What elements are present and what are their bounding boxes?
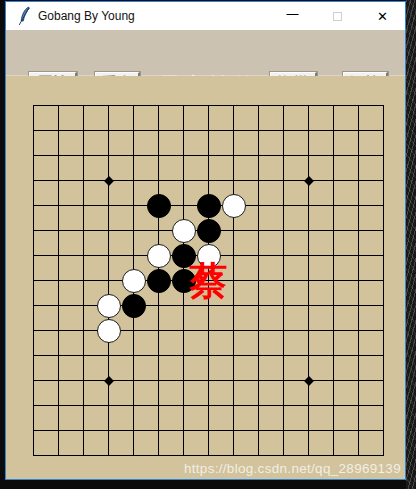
- board-intersection[interactable]: [96, 318, 121, 343]
- board-intersection[interactable]: [71, 168, 96, 193]
- board-intersection[interactable]: [146, 168, 171, 193]
- board-intersection[interactable]: [21, 218, 46, 243]
- board-intersection[interactable]: [371, 318, 396, 343]
- board-intersection[interactable]: [271, 218, 296, 243]
- board-intersection[interactable]: [71, 218, 96, 243]
- board-intersection[interactable]: [96, 268, 121, 293]
- maximize-button-disabled: [315, 2, 360, 30]
- board-intersection[interactable]: [171, 168, 196, 193]
- board-intersection[interactable]: [146, 368, 171, 393]
- board-intersection[interactable]: [346, 143, 371, 168]
- board-intersection[interactable]: [21, 93, 46, 118]
- board-intersection[interactable]: [371, 418, 396, 443]
- toolbar: 开始 重来 黑方认输 悔棋 认输: [6, 30, 405, 76]
- board-intersection[interactable]: [321, 418, 346, 443]
- board-intersection[interactable]: [271, 243, 296, 268]
- board-intersection[interactable]: [321, 218, 346, 243]
- white-stone: [172, 219, 196, 243]
- board-intersection[interactable]: [171, 368, 196, 393]
- board-intersection[interactable]: [21, 343, 46, 368]
- watermark-text: https://blog.csdn.net/qq_28969139: [184, 461, 401, 476]
- board-intersection[interactable]: [296, 243, 321, 268]
- board-intersection[interactable]: [246, 368, 271, 393]
- board-intersection[interactable]: [96, 218, 121, 243]
- board-intersection[interactable]: [371, 218, 396, 243]
- board-intersection[interactable]: [146, 93, 171, 118]
- board-intersection[interactable]: [371, 343, 396, 368]
- board-intersection[interactable]: [221, 168, 246, 193]
- board-intersection[interactable]: [371, 293, 396, 318]
- board-intersection[interactable]: [271, 93, 296, 118]
- board-intersection[interactable]: [221, 118, 246, 143]
- board-intersection[interactable]: [96, 168, 121, 193]
- board-intersection[interactable]: [296, 418, 321, 443]
- board-intersection[interactable]: [21, 168, 46, 193]
- minimize-button[interactable]: —: [270, 2, 315, 30]
- board-intersection[interactable]: [121, 343, 146, 368]
- board-intersection[interactable]: [21, 318, 46, 343]
- board-intersection[interactable]: [46, 443, 71, 468]
- board-intersection[interactable]: [121, 193, 146, 218]
- board-intersection[interactable]: [296, 293, 321, 318]
- caption-buttons: — ✕: [270, 2, 405, 30]
- board-intersection[interactable]: [96, 393, 121, 418]
- board-intersection[interactable]: [21, 368, 46, 393]
- board-intersection[interactable]: [321, 368, 346, 393]
- board-canvas: 蔡 https://blog.csdn.net/qq_28969139: [6, 76, 405, 479]
- board-intersection[interactable]: [146, 218, 171, 243]
- board-intersection[interactable]: [196, 118, 221, 143]
- board-intersection[interactable]: [21, 443, 46, 468]
- board-intersection[interactable]: [121, 418, 146, 443]
- board-intersection[interactable]: [271, 168, 296, 193]
- board-intersection[interactable]: [121, 168, 146, 193]
- board-intersection[interactable]: [71, 293, 96, 318]
- board-intersection[interactable]: [346, 393, 371, 418]
- board-intersection[interactable]: [46, 343, 71, 368]
- board-intersection[interactable]: [196, 368, 221, 393]
- board-intersection[interactable]: [371, 118, 396, 143]
- board-intersection[interactable]: [246, 168, 271, 193]
- screenshot-root: Gobang By Young — ✕ 开始 重来 黑方认输 悔棋 认输: [0, 0, 416, 489]
- board-intersection[interactable]: [321, 193, 346, 218]
- board-intersection[interactable]: [246, 93, 271, 118]
- black-stone: [147, 194, 171, 218]
- window-title: Gobang By Young: [38, 9, 135, 23]
- board-intersection[interactable]: [46, 93, 71, 118]
- board-intersection[interactable]: [171, 318, 196, 343]
- board-intersection[interactable]: [246, 343, 271, 368]
- board-intersection[interactable]: [71, 443, 96, 468]
- board-intersection[interactable]: [296, 218, 321, 243]
- board-intersection[interactable]: [321, 168, 346, 193]
- board-intersection[interactable]: [221, 343, 246, 368]
- board-intersection[interactable]: [71, 118, 96, 143]
- board-intersection[interactable]: [321, 118, 346, 143]
- board-intersection[interactable]: [271, 143, 296, 168]
- board-intersection[interactable]: [271, 418, 296, 443]
- board-intersection[interactable]: [371, 143, 396, 168]
- board-intersection[interactable]: [96, 118, 121, 143]
- board-intersection[interactable]: [46, 118, 71, 143]
- board-intersection[interactable]: [246, 193, 271, 218]
- board-intersection[interactable]: [221, 143, 246, 168]
- winner-marker: 蔡: [190, 262, 228, 300]
- board-intersection[interactable]: [96, 93, 121, 118]
- board-intersection[interactable]: [271, 368, 296, 393]
- board-intersection[interactable]: [121, 118, 146, 143]
- board-intersection[interactable]: [121, 443, 146, 468]
- board-intersection[interactable]: [146, 268, 171, 293]
- board-intersection[interactable]: [296, 393, 321, 418]
- board-intersection[interactable]: [346, 243, 371, 268]
- board-intersection[interactable]: [96, 143, 121, 168]
- black-stone: [197, 194, 221, 218]
- board-intersection[interactable]: [221, 318, 246, 343]
- board-intersection[interactable]: [221, 193, 246, 218]
- board-intersection[interactable]: [96, 293, 121, 318]
- board-intersection[interactable]: [171, 393, 196, 418]
- board-intersection[interactable]: [246, 318, 271, 343]
- board-intersection[interactable]: [246, 118, 271, 143]
- board-intersection[interactable]: [21, 143, 46, 168]
- minimize-icon: —: [287, 8, 299, 20]
- board-intersection[interactable]: [146, 318, 171, 343]
- board-intersection[interactable]: [171, 343, 196, 368]
- board-intersection[interactable]: [346, 168, 371, 193]
- board-intersection[interactable]: [371, 268, 396, 293]
- board-intersection[interactable]: [121, 293, 146, 318]
- board-intersection[interactable]: [321, 143, 346, 168]
- board-intersection[interactable]: [246, 218, 271, 243]
- board-intersection[interactable]: [321, 243, 346, 268]
- board-intersection[interactable]: [246, 393, 271, 418]
- board-intersection[interactable]: [196, 343, 221, 368]
- board-intersection[interactable]: [71, 393, 96, 418]
- board-intersection[interactable]: [371, 393, 396, 418]
- board-intersection[interactable]: [371, 193, 396, 218]
- white-stone: [97, 319, 121, 343]
- board-intersection[interactable]: [271, 343, 296, 368]
- board-intersection[interactable]: [121, 393, 146, 418]
- board-intersection[interactable]: [96, 443, 121, 468]
- board-intersection[interactable]: [71, 343, 96, 368]
- board-intersection[interactable]: [71, 193, 96, 218]
- white-stone: [97, 294, 121, 318]
- board-intersection[interactable]: [71, 93, 96, 118]
- board-intersection[interactable]: [346, 93, 371, 118]
- board-intersection[interactable]: [271, 293, 296, 318]
- board-intersection[interactable]: [71, 268, 96, 293]
- board-intersection[interactable]: [346, 218, 371, 243]
- board-intersection[interactable]: [96, 343, 121, 368]
- gobang-window: Gobang By Young — ✕ 开始 重来 黑方认输 悔棋 认输: [5, 1, 406, 480]
- board-intersection[interactable]: [121, 218, 146, 243]
- board-intersection[interactable]: [46, 393, 71, 418]
- board-intersection[interactable]: [121, 243, 146, 268]
- board-intersection[interactable]: [46, 218, 71, 243]
- board-intersection[interactable]: [171, 193, 196, 218]
- board-intersection[interactable]: [146, 443, 171, 468]
- white-stone: [122, 269, 146, 293]
- board-intersection[interactable]: [96, 193, 121, 218]
- board-intersection[interactable]: [271, 193, 296, 218]
- board-intersection[interactable]: [246, 268, 271, 293]
- black-stone: [122, 294, 146, 318]
- board-intersection[interactable]: [146, 418, 171, 443]
- board-intersection[interactable]: [171, 118, 196, 143]
- board-intersection[interactable]: [296, 268, 321, 293]
- board-intersection[interactable]: [196, 168, 221, 193]
- board-intersection[interactable]: [96, 418, 121, 443]
- board-intersection[interactable]: [21, 418, 46, 443]
- board-intersection[interactable]: [296, 193, 321, 218]
- board-intersection[interactable]: [196, 218, 221, 243]
- board-intersection[interactable]: [371, 368, 396, 393]
- board-intersection[interactable]: [296, 368, 321, 393]
- board-intersection[interactable]: [71, 243, 96, 268]
- board-intersection[interactable]: [321, 343, 346, 368]
- board-intersection[interactable]: [296, 93, 321, 118]
- board-intersection[interactable]: [21, 393, 46, 418]
- board-intersection[interactable]: [71, 368, 96, 393]
- board-intersection[interactable]: [371, 93, 396, 118]
- board-intersection[interactable]: [46, 243, 71, 268]
- board-intersection[interactable]: [71, 318, 96, 343]
- board-intersection[interactable]: [371, 243, 396, 268]
- board-intersection[interactable]: [121, 368, 146, 393]
- board-intersection[interactable]: [346, 343, 371, 368]
- maximize-icon: [333, 12, 342, 21]
- white-stone: [222, 194, 246, 218]
- board-intersection[interactable]: [346, 318, 371, 343]
- board-intersection[interactable]: [196, 418, 221, 443]
- board-intersection[interactable]: [246, 293, 271, 318]
- board-intersection[interactable]: [171, 143, 196, 168]
- board-intersection[interactable]: [321, 318, 346, 343]
- board-intersection[interactable]: [296, 168, 321, 193]
- board-intersection[interactable]: [146, 293, 171, 318]
- board-intersection[interactable]: [146, 343, 171, 368]
- board-intersection[interactable]: [146, 193, 171, 218]
- board-intersection[interactable]: [146, 243, 171, 268]
- board-intersection[interactable]: [171, 93, 196, 118]
- board-intersection[interactable]: [221, 218, 246, 243]
- board-intersection[interactable]: [221, 93, 246, 118]
- board-intersection[interactable]: [321, 293, 346, 318]
- board-intersection[interactable]: [121, 318, 146, 343]
- board-intersection[interactable]: [296, 143, 321, 168]
- board-intersection[interactable]: [46, 293, 71, 318]
- board-intersection[interactable]: [246, 243, 271, 268]
- board-intersection[interactable]: [121, 143, 146, 168]
- board-intersection[interactable]: [346, 118, 371, 143]
- board-intersection[interactable]: [121, 268, 146, 293]
- board-intersection[interactable]: [296, 343, 321, 368]
- tk-feather-icon: [17, 6, 31, 26]
- board-intersection[interactable]: [196, 93, 221, 118]
- board-intersection[interactable]: [21, 193, 46, 218]
- board-intersection[interactable]: [371, 168, 396, 193]
- board-intersection[interactable]: [196, 193, 221, 218]
- board-intersection[interactable]: [71, 143, 96, 168]
- board-intersection[interactable]: [46, 418, 71, 443]
- board-intersection[interactable]: [46, 368, 71, 393]
- board-intersection[interactable]: [146, 118, 171, 143]
- board-intersection[interactable]: [296, 318, 321, 343]
- board-intersection[interactable]: [171, 418, 196, 443]
- board-intersection[interactable]: [246, 418, 271, 443]
- board-intersection[interactable]: [221, 418, 246, 443]
- board-intersection[interactable]: [271, 268, 296, 293]
- board-intersection[interactable]: [221, 393, 246, 418]
- board-intersection[interactable]: [46, 268, 71, 293]
- board-intersection[interactable]: [21, 243, 46, 268]
- board-intersection[interactable]: [271, 318, 296, 343]
- board-intersection[interactable]: [46, 143, 71, 168]
- board-intersection[interactable]: [346, 418, 371, 443]
- board-intersection[interactable]: [196, 318, 221, 343]
- board-intersection[interactable]: [21, 268, 46, 293]
- board-intersection[interactable]: [46, 318, 71, 343]
- board-intersection[interactable]: [271, 393, 296, 418]
- board-intersection[interactable]: [246, 143, 271, 168]
- board-intersection[interactable]: [271, 118, 296, 143]
- board-intersection[interactable]: [321, 393, 346, 418]
- board-intersection[interactable]: [196, 393, 221, 418]
- board-intersection[interactable]: [321, 93, 346, 118]
- black-stone: [147, 269, 171, 293]
- board-intersection[interactable]: [346, 193, 371, 218]
- white-stone: [147, 244, 171, 268]
- desktop-wallpaper-strip: [406, 0, 416, 489]
- board-intersection[interactable]: [196, 143, 221, 168]
- board-intersection[interactable]: [21, 118, 46, 143]
- board-intersection[interactable]: [221, 368, 246, 393]
- board-intersection[interactable]: [71, 418, 96, 443]
- board-intersection[interactable]: [346, 368, 371, 393]
- board-intersection[interactable]: [121, 93, 146, 118]
- board-intersection[interactable]: [346, 268, 371, 293]
- board-intersection[interactable]: [46, 193, 71, 218]
- board-intersection[interactable]: [21, 293, 46, 318]
- close-button[interactable]: ✕: [360, 2, 405, 30]
- board-intersection[interactable]: [171, 218, 196, 243]
- board-intersection[interactable]: [146, 143, 171, 168]
- board-intersection[interactable]: [321, 268, 346, 293]
- board-intersection[interactable]: [296, 118, 321, 143]
- board-intersection[interactable]: [46, 168, 71, 193]
- board-intersection[interactable]: [346, 293, 371, 318]
- board-intersection[interactable]: [146, 393, 171, 418]
- title-bar[interactable]: Gobang By Young — ✕: [6, 2, 405, 30]
- board-intersection[interactable]: [96, 243, 121, 268]
- board-intersection[interactable]: [96, 368, 121, 393]
- black-stone: [197, 219, 221, 243]
- close-icon: ✕: [377, 10, 388, 23]
